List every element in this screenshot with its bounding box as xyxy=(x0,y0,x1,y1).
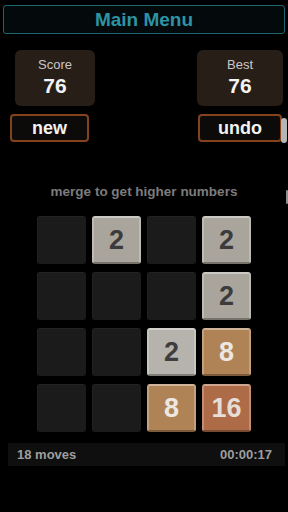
tile-2: 2 xyxy=(92,216,141,264)
tile-2: 2 xyxy=(202,272,251,320)
game-screen: Main Menu Score 76 Best 76 new undo merg… xyxy=(0,0,288,512)
new-game-button[interactable]: new xyxy=(10,114,89,142)
score-label: Score xyxy=(15,57,95,72)
tile-8: 8 xyxy=(147,384,196,432)
score-value: 76 xyxy=(15,74,95,98)
empty-cell xyxy=(147,216,196,264)
empty-cell xyxy=(147,272,196,320)
best-panel: Best 76 xyxy=(197,50,283,106)
hint-text: merge to get higher numbers xyxy=(0,184,288,199)
score-panel: Score 76 xyxy=(15,50,95,106)
undo-button[interactable]: undo xyxy=(198,114,282,142)
best-value: 76 xyxy=(197,74,283,98)
scrollbar-thumb[interactable] xyxy=(281,118,287,143)
empty-cell xyxy=(92,384,141,432)
empty-cell xyxy=(37,328,86,376)
status-bar: 18 moves 00:00:17 xyxy=(8,443,285,466)
tile-2: 2 xyxy=(147,328,196,376)
timer: 00:00:17 xyxy=(220,447,272,462)
main-menu-button[interactable]: Main Menu xyxy=(3,5,285,34)
empty-cell xyxy=(92,272,141,320)
board[interactable]: 22228816 xyxy=(37,216,251,432)
tile-16: 16 xyxy=(202,384,251,432)
tile-2: 2 xyxy=(202,216,251,264)
empty-cell xyxy=(37,384,86,432)
moves-counter: 18 moves xyxy=(17,447,76,462)
empty-cell xyxy=(37,272,86,320)
tile-8: 8 xyxy=(202,328,251,376)
empty-cell xyxy=(92,328,141,376)
empty-cell xyxy=(37,216,86,264)
best-label: Best xyxy=(197,57,283,72)
